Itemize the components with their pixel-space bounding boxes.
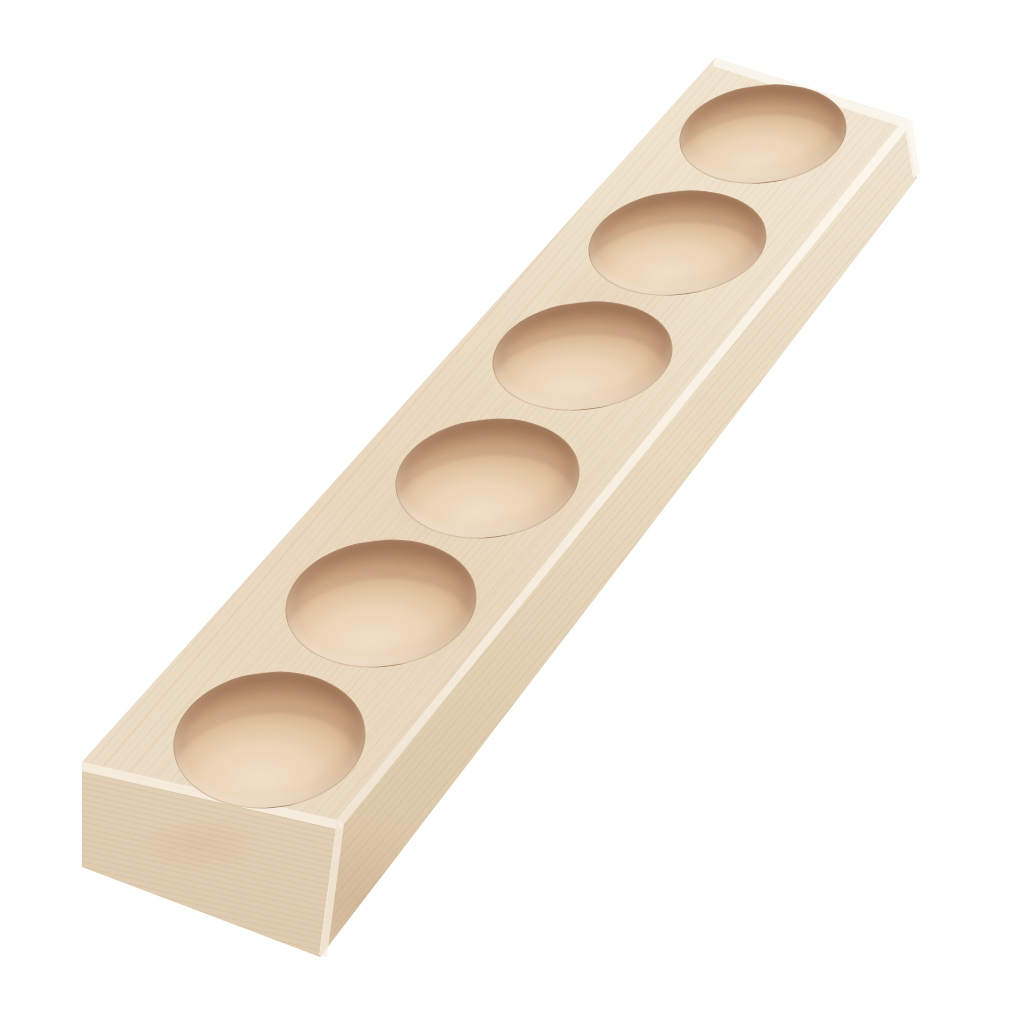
pit-5 — [278, 529, 484, 678]
pit-1 — [674, 75, 853, 193]
pit-6 — [165, 661, 373, 820]
product-photo-canvas — [0, 0, 1024, 1024]
pit-4 — [388, 408, 586, 549]
mancala-board — [0, 0, 1024, 1024]
pit-3 — [486, 291, 679, 420]
pit-row — [0, 0, 1024, 1024]
pit-2 — [582, 180, 772, 305]
